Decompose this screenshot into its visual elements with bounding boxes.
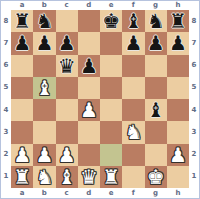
file-label-e: e: [100, 1, 122, 10]
square-b6[interactable]: [33, 55, 55, 77]
square-e1[interactable]: ♜: [100, 166, 122, 188]
piece-black-pawn[interactable]: ♟: [35, 33, 53, 53]
square-f7[interactable]: ♟: [122, 32, 144, 54]
rank-labels-left: 87654321: [1, 10, 11, 188]
rank-label-2: 2: [1, 144, 11, 166]
rank-label-6: 6: [1, 55, 11, 77]
chess-board-frame: abcdefgh 87654321 ♜♞♚♝♞♜♟♟♟♟♟♟♛♟♝♟♝♞♟♟♟♟…: [0, 0, 200, 199]
square-f8[interactable]: ♝: [122, 10, 144, 32]
piece-white-rook[interactable]: ♜: [102, 167, 120, 187]
rank-label-2: 2: [189, 144, 199, 166]
square-a6[interactable]: [11, 55, 33, 77]
square-a1[interactable]: ♜: [11, 166, 33, 188]
square-h7[interactable]: ♟: [167, 32, 189, 54]
square-b1[interactable]: ♞: [33, 166, 55, 188]
file-label-b: b: [33, 188, 55, 198]
piece-black-pawn[interactable]: ♟: [58, 33, 76, 53]
square-e7[interactable]: [100, 32, 122, 54]
piece-white-queen[interactable]: ♛: [80, 167, 98, 187]
rank-label-1: 1: [189, 166, 199, 188]
file-label-h: h: [167, 1, 189, 10]
square-c3[interactable]: [56, 121, 78, 143]
square-e3[interactable]: [100, 121, 122, 143]
square-c5[interactable]: [56, 77, 78, 99]
square-b8[interactable]: ♞: [33, 10, 55, 32]
piece-white-knight[interactable]: ♞: [35, 167, 53, 187]
square-a3[interactable]: [11, 121, 33, 143]
square-e2[interactable]: [100, 144, 122, 166]
rank-label-7: 7: [189, 32, 199, 54]
file-labels-bottom: abcdefgh: [11, 188, 189, 198]
square-e5[interactable]: [100, 77, 122, 99]
square-g2[interactable]: [145, 144, 167, 166]
piece-white-king[interactable]: ♚: [147, 167, 165, 187]
rank-label-5: 5: [1, 77, 11, 99]
piece-white-pawn[interactable]: ♟: [35, 145, 53, 165]
piece-black-rook[interactable]: ♜: [169, 11, 187, 31]
file-label-a: a: [11, 188, 33, 198]
square-a8[interactable]: ♜: [11, 10, 33, 32]
square-e4[interactable]: [100, 99, 122, 121]
square-g3[interactable]: [145, 121, 167, 143]
square-h1[interactable]: [167, 166, 189, 188]
square-c4[interactable]: [56, 99, 78, 121]
square-h3[interactable]: [167, 121, 189, 143]
rank-label-3: 3: [1, 121, 11, 143]
square-d2[interactable]: [78, 144, 100, 166]
square-e8[interactable]: ♚: [100, 10, 122, 32]
file-label-c: c: [56, 188, 78, 198]
piece-black-pawn[interactable]: ♟: [147, 33, 165, 53]
square-a2[interactable]: ♟: [11, 144, 33, 166]
piece-black-queen[interactable]: ♛: [58, 56, 76, 76]
file-label-d: d: [78, 1, 100, 10]
piece-white-pawn[interactable]: ♟: [13, 145, 31, 165]
rank-labels-right: 87654321: [189, 10, 199, 188]
square-g1[interactable]: ♚: [145, 166, 167, 188]
square-d3[interactable]: [78, 121, 100, 143]
piece-white-pawn[interactable]: ♟: [80, 100, 98, 120]
rank-label-7: 7: [1, 32, 11, 54]
square-g4[interactable]: ♝: [145, 99, 167, 121]
square-f1[interactable]: [122, 166, 144, 188]
square-d7[interactable]: [78, 32, 100, 54]
file-label-a: a: [11, 1, 33, 10]
square-c6[interactable]: ♛: [56, 55, 78, 77]
square-a5[interactable]: [11, 77, 33, 99]
rank-label-5: 5: [189, 77, 199, 99]
piece-white-rook[interactable]: ♜: [13, 167, 31, 187]
file-label-g: g: [145, 1, 167, 10]
file-label-h: h: [167, 188, 189, 198]
square-d1[interactable]: ♛: [78, 166, 100, 188]
square-b7[interactable]: ♟: [33, 32, 55, 54]
square-h6[interactable]: [167, 55, 189, 77]
square-a7[interactable]: ♟: [11, 32, 33, 54]
piece-black-knight[interactable]: ♞: [147, 11, 165, 31]
piece-black-rook[interactable]: ♜: [13, 11, 31, 31]
chess-board[interactable]: ♜♞♚♝♞♜♟♟♟♟♟♟♛♟♝♟♝♞♟♟♟♟♜♞♝♛♜♚: [11, 10, 189, 188]
piece-black-knight[interactable]: ♞: [35, 11, 53, 31]
square-f2[interactable]: [122, 144, 144, 166]
file-label-d: d: [78, 188, 100, 198]
square-d4[interactable]: ♟: [78, 99, 100, 121]
square-c8[interactable]: [56, 10, 78, 32]
square-b5[interactable]: ♝: [33, 77, 55, 99]
file-label-e: e: [100, 188, 122, 198]
rank-label-3: 3: [189, 121, 199, 143]
file-labels-top: abcdefgh: [11, 1, 189, 10]
square-c7[interactable]: ♟: [56, 32, 78, 54]
piece-white-bishop[interactable]: ♝: [35, 78, 53, 98]
piece-black-king[interactable]: ♚: [102, 11, 120, 31]
square-c2[interactable]: ♟: [56, 144, 78, 166]
square-g6[interactable]: [145, 55, 167, 77]
rank-label-8: 8: [189, 10, 199, 32]
square-h8[interactable]: ♜: [167, 10, 189, 32]
piece-white-knight[interactable]: ♞: [124, 122, 142, 142]
square-f6[interactable]: [122, 55, 144, 77]
file-label-b: b: [33, 1, 55, 10]
rank-label-6: 6: [189, 55, 199, 77]
file-label-c: c: [56, 1, 78, 10]
piece-black-bishop[interactable]: ♝: [124, 11, 142, 31]
piece-white-bishop[interactable]: ♝: [58, 167, 76, 187]
file-label-f: f: [122, 1, 144, 10]
square-g7[interactable]: ♟: [145, 32, 167, 54]
square-d5[interactable]: [78, 77, 100, 99]
piece-black-pawn[interactable]: ♟: [80, 56, 98, 76]
rank-label-4: 4: [189, 99, 199, 121]
square-b3[interactable]: [33, 121, 55, 143]
square-f5[interactable]: [122, 77, 144, 99]
square-h4[interactable]: [167, 99, 189, 121]
piece-black-pawn[interactable]: ♟: [169, 33, 187, 53]
square-d8[interactable]: [78, 10, 100, 32]
square-f3[interactable]: ♞: [122, 121, 144, 143]
square-d6[interactable]: ♟: [78, 55, 100, 77]
square-h5[interactable]: [167, 77, 189, 99]
square-b2[interactable]: ♟: [33, 144, 55, 166]
piece-white-pawn[interactable]: ♟: [169, 145, 187, 165]
piece-black-pawn[interactable]: ♟: [124, 33, 142, 53]
rank-label-8: 8: [1, 10, 11, 32]
square-g8[interactable]: ♞: [145, 10, 167, 32]
square-a4[interactable]: [11, 99, 33, 121]
square-f4[interactable]: [122, 99, 144, 121]
piece-black-bishop[interactable]: ♝: [147, 100, 165, 120]
piece-white-pawn[interactable]: ♟: [58, 145, 76, 165]
square-e6[interactable]: [100, 55, 122, 77]
rank-label-1: 1: [1, 166, 11, 188]
square-b4[interactable]: [33, 99, 55, 121]
file-label-f: f: [122, 188, 144, 198]
piece-black-pawn[interactable]: ♟: [13, 33, 31, 53]
square-h2[interactable]: ♟: [167, 144, 189, 166]
square-g5[interactable]: [145, 77, 167, 99]
square-c1[interactable]: ♝: [56, 166, 78, 188]
rank-label-4: 4: [1, 99, 11, 121]
file-label-g: g: [145, 188, 167, 198]
